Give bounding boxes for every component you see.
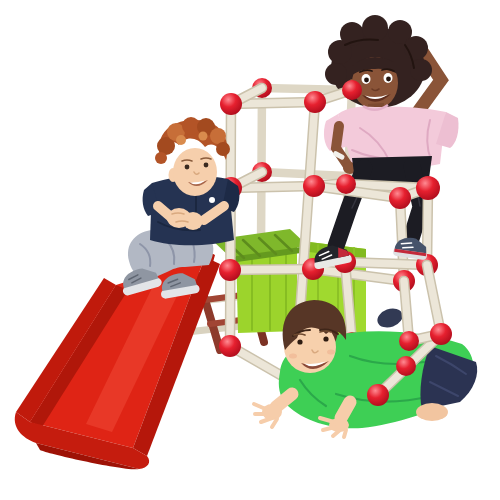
frame-connector — [430, 323, 452, 345]
frame-connector — [336, 174, 356, 194]
frame-connector — [396, 356, 416, 376]
frame-connector — [399, 331, 419, 351]
frame-connector — [304, 91, 326, 113]
frame-connector — [367, 384, 389, 406]
frame-connector — [342, 80, 362, 100]
frame-connector — [389, 187, 411, 209]
frame-connector — [416, 176, 440, 200]
frame-connector — [220, 93, 242, 115]
boy1-polo-logo — [209, 197, 215, 203]
frame-connector — [219, 259, 241, 281]
boy2-right-arm — [341, 402, 350, 418]
boy1-face — [173, 148, 217, 196]
frame-connector — [219, 335, 241, 357]
frame-connector — [303, 175, 325, 197]
product-photo-stage — [0, 0, 500, 500]
boy2-knee — [416, 403, 448, 421]
play-gym-scene — [0, 0, 500, 500]
